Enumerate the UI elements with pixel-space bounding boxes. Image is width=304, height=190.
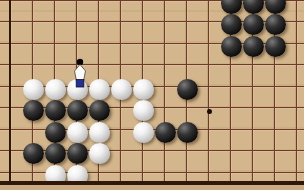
white-stone[interactable] [133,79,154,100]
board-left-edge-line [9,0,11,182]
white-stone[interactable] [67,122,88,143]
white-stone[interactable] [89,79,110,100]
person-figure-cursor [73,58,87,89]
white-stone[interactable] [45,79,66,100]
white-stone[interactable] [111,79,132,100]
black-stone[interactable] [265,14,286,35]
star-point [207,109,212,114]
black-stone[interactable] [155,122,176,143]
board-bottom-margin [0,185,304,190]
black-stone[interactable] [45,122,66,143]
white-stone[interactable] [89,143,110,164]
black-stone[interactable] [45,100,66,121]
black-stone[interactable] [67,100,88,121]
black-stone[interactable] [243,36,264,57]
white-stone[interactable] [89,122,110,143]
white-stone[interactable] [133,122,154,143]
black-stone[interactable] [177,79,198,100]
black-stone[interactable] [89,100,110,121]
go-board[interactable] [0,0,304,190]
black-stone[interactable] [265,36,286,57]
black-stone[interactable] [23,100,44,121]
black-stone[interactable] [67,143,88,164]
white-stone[interactable] [133,100,154,121]
black-stone[interactable] [221,36,242,57]
black-stone[interactable] [221,14,242,35]
black-stone[interactable] [45,143,66,164]
black-stone[interactable] [243,14,264,35]
black-stone[interactable] [23,143,44,164]
white-stone[interactable] [23,79,44,100]
black-stone[interactable] [177,122,198,143]
